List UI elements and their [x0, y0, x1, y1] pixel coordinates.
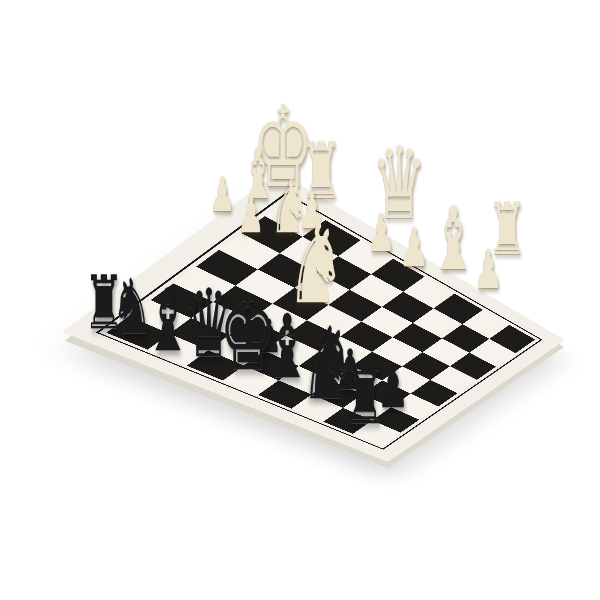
pieces-layer: ♟♝♚♜♟♞♟♞♛♟♟♝♜♟♜♞♝♛♚♝♟♟♞♜♟ — [0, 0, 600, 600]
white-pawn[interactable]: ♟ — [209, 170, 236, 218]
white-pawn[interactable]: ♟ — [473, 243, 503, 297]
white-pawn[interactable]: ♟ — [237, 190, 265, 240]
white-pawn[interactable]: ♟ — [399, 221, 429, 275]
white-bishop[interactable]: ♝ — [429, 195, 478, 283]
chess-set-product-photo: ♟♝♚♜♟♞♟♞♛♟♟♝♜♟♜♞♝♛♚♝♟♟♞♜♟ — [0, 0, 600, 600]
black-rook[interactable]: ♜ — [343, 356, 387, 436]
white-pawn[interactable]: ♟ — [367, 207, 396, 259]
